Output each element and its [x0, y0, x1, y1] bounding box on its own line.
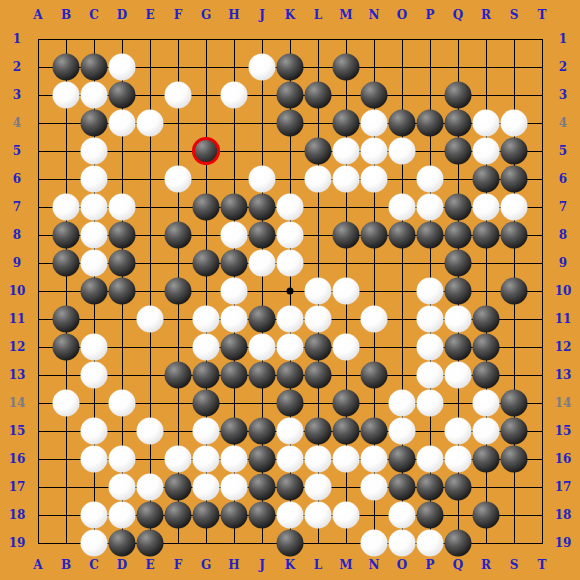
stone-black: [221, 194, 248, 221]
stone-black: [305, 418, 332, 445]
stone-white: [109, 446, 136, 473]
row-label-left: 5: [13, 145, 21, 157]
row-label-left: 3: [13, 89, 21, 101]
stone-white: [221, 82, 248, 109]
stone-white: [417, 530, 444, 557]
stone-white: [81, 362, 108, 389]
row-label-left: 19: [9, 537, 26, 549]
row-label-left: 11: [9, 313, 26, 325]
stone-black: [249, 418, 276, 445]
stone-black: [53, 250, 80, 277]
row-label-right: 19: [555, 537, 572, 549]
stone-white: [361, 474, 388, 501]
stone-black: [445, 334, 472, 361]
stone-black: [221, 418, 248, 445]
column-label-bottom: F: [174, 559, 183, 571]
stone-white: [305, 278, 332, 305]
stone-black: [445, 530, 472, 557]
stone-white: [193, 474, 220, 501]
stone-black: [53, 334, 80, 361]
stone-white: [361, 166, 388, 193]
column-label-top: R: [481, 9, 491, 21]
stone-black: [109, 530, 136, 557]
stone-black: [193, 194, 220, 221]
stone-white: [389, 530, 416, 557]
stone-black: [417, 474, 444, 501]
row-label-left: 15: [9, 425, 26, 437]
stone-white: [193, 446, 220, 473]
row-label-right: 8: [559, 229, 567, 241]
stone-white: [53, 390, 80, 417]
stone-white: [277, 502, 304, 529]
stone-white: [305, 166, 332, 193]
stone-black: [473, 362, 500, 389]
column-label-top: B: [61, 9, 71, 21]
row-label-right: 2: [559, 61, 567, 73]
stone-white: [81, 138, 108, 165]
column-label-top: G: [201, 9, 211, 21]
stone-black: [53, 54, 80, 81]
row-label-left: 13: [9, 369, 26, 381]
stone-black: [277, 82, 304, 109]
row-label-left: 12: [9, 341, 26, 353]
stone-white: [277, 250, 304, 277]
stone-white: [109, 502, 136, 529]
stone-white: [193, 306, 220, 333]
stone-black: [277, 362, 304, 389]
stone-white: [389, 502, 416, 529]
stone-white: [417, 194, 444, 221]
stone-black: [445, 278, 472, 305]
stone-white: [165, 82, 192, 109]
column-label-top: Q: [453, 9, 463, 21]
stone-black: [193, 390, 220, 417]
stone-black: [249, 474, 276, 501]
row-label-left: 6: [13, 173, 21, 185]
go-game-screenshot: AABBCCDDEEFFGGHHJJKKLLMMNNOOPPQQRRSSTT11…: [0, 0, 580, 580]
stone-black: [501, 166, 528, 193]
stone-white: [361, 138, 388, 165]
stone-black: [389, 110, 416, 137]
row-label-left: 14: [9, 397, 26, 409]
stone-black: [501, 222, 528, 249]
stone-black: [361, 418, 388, 445]
row-label-left: 9: [13, 257, 21, 269]
stone-black: [473, 446, 500, 473]
column-label-top: T: [538, 9, 547, 21]
stone-black: [277, 54, 304, 81]
stone-white: [249, 334, 276, 361]
row-label-right: 10: [555, 285, 572, 297]
stone-white: [417, 334, 444, 361]
stone-black: [445, 474, 472, 501]
stone-white: [361, 530, 388, 557]
stone-white: [445, 418, 472, 445]
column-label-top: A: [33, 9, 42, 21]
stone-black: [501, 390, 528, 417]
stone-white: [333, 138, 360, 165]
column-label-top: O: [397, 9, 407, 21]
last-move-marker: [192, 137, 220, 165]
row-label-right: 12: [555, 341, 572, 353]
stone-black: [333, 390, 360, 417]
column-label-bottom: T: [538, 559, 547, 571]
column-label-bottom: D: [117, 559, 127, 571]
stone-black: [277, 474, 304, 501]
stone-black: [81, 54, 108, 81]
stone-black: [305, 334, 332, 361]
row-label-right: 14: [555, 397, 572, 409]
column-label-top: C: [89, 9, 99, 21]
stone-white: [193, 334, 220, 361]
stone-black: [193, 362, 220, 389]
stone-black: [109, 278, 136, 305]
stone-white: [81, 222, 108, 249]
row-label-right: 4: [559, 117, 567, 129]
stone-white: [333, 334, 360, 361]
column-label-top: H: [228, 9, 239, 21]
stone-white: [473, 138, 500, 165]
stone-white: [109, 390, 136, 417]
stone-black: [249, 306, 276, 333]
stone-white: [137, 306, 164, 333]
stone-black: [389, 222, 416, 249]
stone-black: [249, 222, 276, 249]
column-label-bottom: Q: [453, 559, 463, 571]
stone-black: [389, 474, 416, 501]
stone-black: [109, 82, 136, 109]
stone-black: [417, 502, 444, 529]
stone-white: [193, 418, 220, 445]
column-label-bottom: O: [397, 559, 407, 571]
stone-white: [137, 110, 164, 137]
stone-white: [109, 54, 136, 81]
stone-black: [389, 446, 416, 473]
go-board[interactable]: AABBCCDDEEFFGGHHJJKKLLMMNNOOPPQQRRSSTT11…: [0, 0, 580, 580]
stone-white: [473, 390, 500, 417]
column-label-bottom: E: [145, 559, 154, 571]
stone-black: [501, 138, 528, 165]
stone-black: [221, 362, 248, 389]
stone-black: [109, 250, 136, 277]
stone-black: [53, 306, 80, 333]
stone-white: [417, 446, 444, 473]
stone-black: [249, 502, 276, 529]
stone-white: [333, 166, 360, 193]
stone-white: [305, 446, 332, 473]
stone-black: [473, 166, 500, 193]
stone-white: [81, 530, 108, 557]
stone-white: [417, 306, 444, 333]
column-label-bottom: K: [285, 559, 295, 571]
stone-white: [277, 334, 304, 361]
row-label-right: 17: [555, 481, 572, 493]
stone-white: [221, 306, 248, 333]
row-label-right: 18: [555, 509, 572, 521]
stone-white: [445, 362, 472, 389]
column-label-bottom: A: [33, 559, 42, 571]
stone-white: [333, 278, 360, 305]
column-label-top: P: [425, 9, 434, 21]
stone-white: [445, 446, 472, 473]
column-label-bottom: R: [481, 559, 491, 571]
stone-white: [305, 502, 332, 529]
stone-black: [81, 278, 108, 305]
column-label-bottom: G: [201, 559, 211, 571]
column-label-top: F: [174, 9, 183, 21]
stone-white: [221, 222, 248, 249]
column-label-top: K: [285, 9, 295, 21]
stone-black: [333, 54, 360, 81]
stone-white: [473, 194, 500, 221]
stone-black: [165, 278, 192, 305]
stone-white: [501, 194, 528, 221]
stone-black: [249, 446, 276, 473]
stone-black: [361, 222, 388, 249]
stone-white: [81, 250, 108, 277]
row-label-left: 2: [13, 61, 21, 73]
stone-black: [165, 222, 192, 249]
stone-black: [445, 110, 472, 137]
stone-black: [473, 334, 500, 361]
stone-white: [417, 278, 444, 305]
stone-white: [361, 306, 388, 333]
stone-white: [361, 110, 388, 137]
column-label-top: E: [145, 9, 154, 21]
stone-black: [277, 530, 304, 557]
stone-white: [389, 138, 416, 165]
stone-black: [417, 222, 444, 249]
stone-black: [221, 334, 248, 361]
stone-white: [53, 82, 80, 109]
row-label-left: 10: [9, 285, 26, 297]
stone-black: [165, 502, 192, 529]
stone-white: [277, 418, 304, 445]
row-label-right: 15: [555, 425, 572, 437]
stone-white: [137, 418, 164, 445]
stone-white: [417, 166, 444, 193]
stone-white: [277, 446, 304, 473]
row-label-right: 11: [555, 313, 572, 325]
stone-white: [389, 418, 416, 445]
stone-white: [277, 222, 304, 249]
stone-white: [109, 474, 136, 501]
stone-white: [417, 390, 444, 417]
stone-black: [333, 222, 360, 249]
stone-black: [137, 530, 164, 557]
stone-black: [81, 110, 108, 137]
stone-white: [221, 474, 248, 501]
stone-white: [389, 390, 416, 417]
stone-white: [249, 54, 276, 81]
column-label-bottom: B: [61, 559, 71, 571]
stone-black: [165, 362, 192, 389]
stone-black: [333, 110, 360, 137]
column-label-bottom: H: [228, 559, 239, 571]
stone-black: [53, 222, 80, 249]
stone-black: [137, 502, 164, 529]
stone-white: [389, 194, 416, 221]
column-label-bottom: S: [510, 559, 519, 571]
stone-white: [81, 446, 108, 473]
stone-white: [361, 446, 388, 473]
column-label-top: D: [117, 9, 127, 21]
stone-white: [53, 194, 80, 221]
stone-white: [473, 110, 500, 137]
row-label-right: 9: [559, 257, 567, 269]
row-label-left: 16: [9, 453, 26, 465]
row-label-left: 18: [9, 509, 26, 521]
row-label-left: 7: [13, 201, 21, 213]
stone-black: [193, 250, 220, 277]
stone-black: [417, 110, 444, 137]
stone-white: [109, 110, 136, 137]
stone-white: [221, 446, 248, 473]
stone-black: [221, 502, 248, 529]
stone-black: [473, 502, 500, 529]
row-label-right: 7: [559, 201, 567, 213]
row-label-right: 3: [559, 89, 567, 101]
column-label-top: S: [510, 9, 519, 21]
stone-white: [417, 362, 444, 389]
stone-white: [445, 306, 472, 333]
stone-white: [277, 306, 304, 333]
stone-white: [305, 306, 332, 333]
stone-black: [305, 82, 332, 109]
stone-black: [501, 446, 528, 473]
stone-black: [305, 362, 332, 389]
column-label-top: N: [369, 9, 380, 21]
stone-white: [81, 418, 108, 445]
stone-black: [109, 222, 136, 249]
stone-black: [445, 222, 472, 249]
stone-black: [361, 82, 388, 109]
stone-black: [501, 418, 528, 445]
row-label-right: 13: [555, 369, 572, 381]
row-label-right: 1: [559, 33, 567, 45]
stone-black: [473, 306, 500, 333]
stone-white: [473, 418, 500, 445]
row-label-left: 8: [13, 229, 21, 241]
stone-black: [165, 474, 192, 501]
stone-black: [193, 502, 220, 529]
column-label-bottom: M: [339, 559, 352, 571]
stone-black: [249, 362, 276, 389]
column-label-top: M: [339, 9, 352, 21]
stone-white: [165, 446, 192, 473]
grid-line-vertical: [542, 39, 543, 544]
stone-white: [501, 110, 528, 137]
row-label-left: 4: [13, 117, 21, 129]
column-label-top: L: [314, 9, 322, 21]
stone-black: [249, 194, 276, 221]
stone-white: [109, 194, 136, 221]
row-label-right: 6: [559, 173, 567, 185]
stone-black: [445, 138, 472, 165]
star-point: [287, 288, 294, 295]
stone-white: [333, 446, 360, 473]
stone-black: [445, 82, 472, 109]
row-label-left: 1: [13, 33, 21, 45]
stone-black: [445, 194, 472, 221]
stone-white: [137, 474, 164, 501]
stone-white: [81, 334, 108, 361]
column-label-top: J: [259, 9, 265, 21]
column-label-bottom: N: [369, 559, 380, 571]
stone-black: [333, 418, 360, 445]
stone-black: [305, 138, 332, 165]
stone-white: [277, 194, 304, 221]
stone-black: [221, 250, 248, 277]
stone-white: [221, 278, 248, 305]
stone-white: [81, 502, 108, 529]
stone-white: [333, 502, 360, 529]
stone-black: [277, 110, 304, 137]
stone-black: [277, 390, 304, 417]
stone-white: [305, 474, 332, 501]
stone-white: [81, 166, 108, 193]
row-label-left: 17: [9, 481, 26, 493]
column-label-bottom: J: [259, 559, 265, 571]
column-label-bottom: P: [425, 559, 434, 571]
stone-black: [445, 250, 472, 277]
row-label-right: 5: [559, 145, 567, 157]
column-label-bottom: C: [89, 559, 99, 571]
stone-white: [165, 166, 192, 193]
column-label-bottom: L: [314, 559, 322, 571]
stone-black: [473, 222, 500, 249]
stone-white: [249, 166, 276, 193]
stone-black: [501, 278, 528, 305]
stone-black: [361, 362, 388, 389]
stone-white: [81, 82, 108, 109]
stone-white: [81, 194, 108, 221]
stone-white: [249, 250, 276, 277]
row-label-right: 16: [555, 453, 572, 465]
